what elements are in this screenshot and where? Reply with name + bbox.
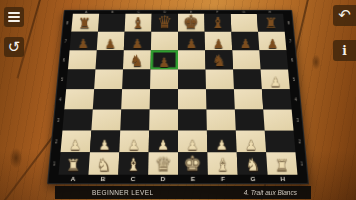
square-g3[interactable] (235, 110, 265, 131)
rank-label: 7 (285, 32, 296, 51)
square-b1[interactable]: ♞ (88, 152, 119, 174)
black-pawn: ♟ (105, 37, 116, 50)
rank-label: 1 (295, 152, 308, 174)
square-g1[interactable]: ♞ (237, 152, 268, 174)
square-c2[interactable]: ♟ (119, 131, 149, 153)
undo-move-button[interactable]: ↶ (333, 5, 356, 26)
file-label: F (208, 175, 238, 184)
file-label: D (148, 175, 178, 184)
rotate-board-button[interactable]: ↺ (4, 37, 24, 57)
square-a7[interactable]: ♟ (70, 32, 98, 51)
square-g4[interactable] (234, 89, 263, 109)
board-squares: ♜♝♛♚♝♜♟♟♟♟♟♟♟♞♟♞♟♟♟♟♟♟♟♟♜♞♝♛♚♝♞♜ (59, 14, 298, 175)
white-bishop: ♝ (126, 157, 141, 174)
white-rook: ♜ (67, 158, 81, 174)
square-c8[interactable]: ♝ (125, 14, 152, 32)
level-label: BEGINNER LEVEL (92, 189, 154, 196)
white-pawn: ♟ (270, 75, 282, 88)
square-f8[interactable]: ♝ (204, 14, 231, 32)
undo-icon: ↶ (338, 7, 351, 22)
square-a1[interactable]: ♜ (59, 152, 90, 174)
white-pawn: ♟ (245, 138, 257, 152)
rank-label: 4 (290, 89, 302, 109)
black-pawn: ♟ (267, 37, 278, 50)
file-label: A (58, 175, 89, 184)
white-knight: ♞ (245, 157, 260, 174)
square-d3[interactable] (149, 110, 178, 131)
square-e3[interactable] (178, 110, 207, 131)
square-g7[interactable]: ♟ (231, 32, 259, 51)
square-h5[interactable]: ♟ (261, 69, 290, 89)
black-queen: ♛ (157, 14, 172, 31)
black-pawn: ♟ (213, 37, 224, 50)
black-pawn: ♟ (159, 56, 170, 69)
black-rook: ♜ (78, 17, 91, 31)
square-g6[interactable] (232, 50, 260, 69)
square-b8[interactable] (98, 14, 125, 32)
info-icon: i (342, 44, 347, 58)
square-e6[interactable] (178, 50, 206, 69)
rank-label: 3 (292, 110, 304, 131)
square-a3[interactable] (62, 110, 92, 131)
square-c3[interactable] (120, 110, 149, 131)
white-pawn: ♟ (187, 138, 199, 152)
square-e7[interactable]: ♟ (178, 32, 205, 51)
white-pawn: ♟ (128, 138, 140, 152)
file-label: C (118, 175, 148, 184)
square-e1[interactable]: ♚ (178, 152, 208, 174)
app-root: ABCDEFGH 87654321 87654321 ABCDEFGH ♜♝♛♚… (0, 0, 356, 200)
black-pawn: ♟ (132, 37, 143, 50)
file-label: G (238, 175, 268, 184)
rotate-icon: ↺ (8, 39, 21, 54)
square-g5[interactable] (233, 69, 262, 89)
rank-label: 6 (286, 50, 298, 69)
square-f7[interactable]: ♟ (205, 32, 233, 51)
rank-label: 2 (294, 131, 306, 153)
square-f2[interactable]: ♟ (207, 131, 237, 153)
black-bishop: ♝ (211, 16, 225, 31)
square-b6[interactable] (95, 50, 123, 69)
square-h2[interactable] (265, 131, 296, 153)
file-label: E (178, 175, 208, 184)
square-h4[interactable] (262, 89, 292, 109)
black-pawn: ♟ (78, 37, 89, 50)
square-d8[interactable]: ♛ (151, 14, 178, 32)
white-king: ♚ (184, 154, 202, 174)
rank-label: 5 (288, 69, 300, 89)
square-b5[interactable] (94, 69, 123, 89)
white-pawn: ♟ (99, 138, 111, 152)
file-label: H (268, 175, 299, 184)
white-pawn: ♟ (216, 138, 228, 152)
rank-label: 8 (283, 14, 294, 32)
square-c6[interactable]: ♞ (123, 50, 151, 69)
square-h8[interactable]: ♜ (257, 14, 285, 32)
square-b7[interactable]: ♟ (97, 32, 125, 51)
square-c4[interactable] (121, 89, 150, 109)
square-e5[interactable] (178, 69, 206, 89)
square-e2[interactable]: ♟ (178, 131, 207, 153)
info-button[interactable]: i (333, 40, 356, 61)
square-d1[interactable]: ♛ (148, 152, 178, 174)
white-pawn: ♟ (157, 138, 169, 152)
square-d6[interactable]: ♟ (150, 50, 178, 69)
square-a6[interactable] (68, 50, 97, 69)
file-label: B (88, 175, 118, 184)
square-h3[interactable] (263, 110, 293, 131)
black-rook: ♜ (265, 17, 278, 31)
status-bar: BEGINNER LEVEL 4. Trait aux Blancs (55, 186, 311, 199)
menu-button[interactable] (4, 7, 24, 27)
square-b2[interactable]: ♟ (90, 131, 120, 153)
hamburger-icon (8, 12, 20, 14)
black-king: ♚ (183, 13, 199, 31)
white-pawn: ♟ (69, 138, 81, 152)
square-d2[interactable]: ♟ (149, 131, 178, 153)
turn-indicator: 4. Trait aux Blancs (244, 189, 297, 196)
white-rook: ♜ (275, 158, 289, 174)
square-c5[interactable] (122, 69, 150, 89)
white-knight: ♞ (96, 157, 111, 174)
black-knight: ♞ (212, 53, 226, 69)
file-labels-bottom: ABCDEFGH (58, 175, 299, 184)
square-g2[interactable]: ♟ (236, 131, 266, 153)
square-a2[interactable]: ♟ (61, 131, 92, 153)
square-f5[interactable] (206, 69, 234, 89)
square-d5[interactable] (150, 69, 178, 89)
square-f6[interactable]: ♞ (205, 50, 233, 69)
square-f4[interactable] (206, 89, 235, 109)
black-bishop: ♝ (131, 16, 145, 31)
square-a4[interactable] (64, 89, 94, 109)
square-a8[interactable]: ♜ (71, 14, 99, 32)
square-d7[interactable] (151, 32, 178, 51)
square-f3[interactable] (206, 110, 235, 131)
square-b4[interactable] (93, 89, 122, 109)
black-pawn: ♟ (240, 37, 251, 50)
square-f1[interactable]: ♝ (207, 152, 237, 174)
white-bishop: ♝ (215, 157, 230, 174)
white-queen: ♛ (155, 155, 172, 174)
square-h6[interactable] (259, 50, 288, 69)
black-knight: ♞ (130, 53, 144, 69)
square-b3[interactable] (91, 110, 121, 131)
square-h1[interactable]: ♜ (266, 152, 297, 174)
square-d4[interactable] (150, 89, 178, 109)
square-h7[interactable]: ♟ (258, 32, 286, 51)
chess-board: ABCDEFGH 87654321 87654321 ABCDEFGH ♜♝♛♚… (47, 10, 309, 184)
square-g8[interactable] (231, 14, 258, 32)
chess-board-3d: ABCDEFGH 87654321 87654321 ABCDEFGH ♜♝♛♚… (47, 10, 309, 184)
square-e4[interactable] (178, 89, 206, 109)
square-c7[interactable]: ♟ (124, 32, 152, 51)
square-c1[interactable]: ♝ (118, 152, 148, 174)
black-pawn: ♟ (186, 37, 197, 50)
square-a5[interactable] (66, 69, 95, 89)
square-e8[interactable]: ♚ (178, 14, 205, 32)
